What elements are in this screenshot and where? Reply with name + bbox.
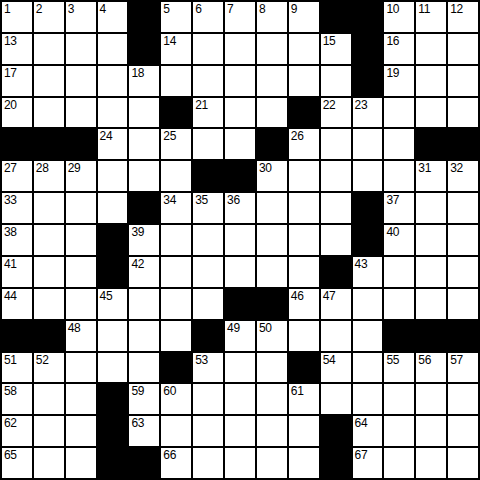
clue-number: 57 — [450, 353, 463, 367]
clue-number: 21 — [195, 98, 208, 112]
cell-r14c14[interactable] — [448, 448, 478, 478]
black-cell-r4c13 — [416, 129, 446, 159]
cell-r4c4[interactable] — [129, 129, 159, 159]
clue-number: 30 — [259, 161, 272, 175]
cell-r7c7[interactable] — [225, 225, 255, 255]
clue-number: 32 — [450, 161, 463, 175]
cell-r6c3[interactable] — [98, 193, 128, 223]
cell-r13c6[interactable] — [193, 416, 223, 446]
clue-number: 61 — [291, 384, 304, 398]
clue-number: 34 — [163, 193, 176, 207]
black-cell-r5c7 — [225, 161, 255, 191]
cell-r3c8[interactable] — [257, 98, 287, 128]
clue-number: 11 — [418, 2, 430, 16]
black-cell-r13c3 — [98, 416, 128, 446]
cell-r7c5[interactable] — [161, 225, 191, 255]
cell-r1c14[interactable] — [448, 34, 478, 64]
cell-r0c1[interactable]: 2 — [34, 2, 64, 32]
clue-number: 62 — [4, 416, 17, 430]
cell-r4c10[interactable] — [321, 129, 351, 159]
black-cell-r0c10 — [321, 2, 351, 32]
cell-r11c14[interactable]: 57 — [448, 353, 478, 383]
black-cell-r3c5 — [161, 98, 191, 128]
cell-r12c10[interactable] — [321, 384, 351, 414]
cell-r4c3[interactable]: 24 — [98, 129, 128, 159]
cell-r7c2[interactable] — [66, 225, 96, 255]
cell-r3c13[interactable] — [416, 98, 446, 128]
black-cell-r13c10 — [321, 416, 351, 446]
clue-number: 20 — [4, 98, 17, 112]
cell-r14c13[interactable] — [416, 448, 446, 478]
cell-r8c9[interactable] — [289, 257, 319, 287]
cell-r11c0[interactable]: 51 — [2, 353, 32, 383]
cell-r12c9[interactable]: 61 — [289, 384, 319, 414]
cell-r8c13[interactable] — [416, 257, 446, 287]
cell-r14c12[interactable] — [384, 448, 414, 478]
cell-r0c5[interactable]: 5 — [161, 2, 191, 32]
cell-r5c9[interactable] — [289, 161, 319, 191]
crossword-page: 1234567891011121314151617181920212223242… — [0, 0, 480, 480]
cell-r9c10[interactable]: 47 — [321, 289, 351, 319]
cell-r1c3[interactable] — [98, 34, 128, 64]
cell-r13c2[interactable] — [66, 416, 96, 446]
black-cell-r10c14 — [448, 321, 478, 351]
cell-r3c1[interactable] — [34, 98, 64, 128]
cell-r9c14[interactable] — [448, 289, 478, 319]
clue-number: 5 — [163, 2, 169, 16]
cell-r10c7[interactable]: 49 — [225, 321, 255, 351]
clue-number: 48 — [68, 321, 81, 335]
clue-number: 25 — [163, 129, 176, 143]
cell-r11c4[interactable] — [129, 353, 159, 383]
cell-r2c1[interactable] — [34, 66, 64, 96]
black-cell-r7c11 — [353, 225, 383, 255]
clue-number: 54 — [323, 353, 336, 367]
black-cell-r4c1 — [34, 129, 64, 159]
clue-number: 9 — [291, 2, 297, 16]
clue-number: 50 — [259, 321, 272, 335]
cell-r11c2[interactable] — [66, 353, 96, 383]
cell-r2c0[interactable]: 17 — [2, 66, 32, 96]
cell-r10c8[interactable]: 50 — [257, 321, 287, 351]
cell-r4c6[interactable] — [193, 129, 223, 159]
cell-r10c3[interactable] — [98, 321, 128, 351]
cell-r3c14[interactable] — [448, 98, 478, 128]
clue-number: 1 — [4, 2, 10, 16]
cell-r6c10[interactable] — [321, 193, 351, 223]
clue-number: 22 — [323, 98, 336, 112]
cell-r0c6[interactable]: 6 — [193, 2, 223, 32]
cell-r1c1[interactable] — [34, 34, 64, 64]
cell-r8c4[interactable]: 42 — [129, 257, 159, 287]
cell-r13c12[interactable] — [384, 416, 414, 446]
cell-r2c3[interactable] — [98, 66, 128, 96]
cell-r6c1[interactable] — [34, 193, 64, 223]
cell-r6c7[interactable]: 36 — [225, 193, 255, 223]
cell-r10c9[interactable] — [289, 321, 319, 351]
cell-r10c11[interactable] — [353, 321, 383, 351]
cell-r9c0[interactable]: 44 — [2, 289, 32, 319]
cell-r6c9[interactable] — [289, 193, 319, 223]
black-cell-r2c11 — [353, 66, 383, 96]
clue-number: 2 — [36, 2, 42, 16]
cell-r10c10[interactable] — [321, 321, 351, 351]
clue-number: 27 — [4, 161, 17, 175]
cell-r8c5[interactable] — [161, 257, 191, 287]
clue-number: 55 — [386, 353, 399, 367]
cell-r8c1[interactable] — [34, 257, 64, 287]
cell-r3c3[interactable] — [98, 98, 128, 128]
cell-r3c6[interactable]: 21 — [193, 98, 223, 128]
black-cell-r11c9 — [289, 353, 319, 383]
cell-r7c10[interactable] — [321, 225, 351, 255]
cell-r1c12[interactable]: 16 — [384, 34, 414, 64]
cell-r5c5[interactable] — [161, 161, 191, 191]
cell-r1c6[interactable] — [193, 34, 223, 64]
cell-r7c8[interactable] — [257, 225, 287, 255]
clue-number: 26 — [291, 129, 304, 143]
clue-number: 66 — [163, 448, 176, 462]
cell-r12c7[interactable] — [225, 384, 255, 414]
clue-number: 31 — [418, 161, 431, 175]
black-cell-r4c14 — [448, 129, 478, 159]
black-cell-r8c10 — [321, 257, 351, 287]
black-cell-r14c10 — [321, 448, 351, 478]
cell-r5c3[interactable] — [98, 161, 128, 191]
black-cell-r8c3 — [98, 257, 128, 287]
cell-r13c13[interactable] — [416, 416, 446, 446]
black-cell-r5c6 — [193, 161, 223, 191]
black-cell-r10c6 — [193, 321, 223, 351]
cell-r1c10[interactable]: 15 — [321, 34, 351, 64]
cell-r9c4[interactable] — [129, 289, 159, 319]
cell-r0c9[interactable]: 9 — [289, 2, 319, 32]
cell-r2c8[interactable] — [257, 66, 287, 96]
black-cell-r10c1 — [34, 321, 64, 351]
cell-r12c5[interactable]: 60 — [161, 384, 191, 414]
cell-r11c12[interactable]: 55 — [384, 353, 414, 383]
cell-r5c8[interactable]: 30 — [257, 161, 287, 191]
clue-number: 52 — [36, 353, 49, 367]
cell-r5c10[interactable] — [321, 161, 351, 191]
black-cell-r3c9 — [289, 98, 319, 128]
cell-r8c2[interactable] — [66, 257, 96, 287]
cell-r0c0[interactable]: 1 — [2, 2, 32, 32]
clue-number: 3 — [68, 2, 74, 16]
cell-r6c13[interactable] — [416, 193, 446, 223]
cell-r14c6[interactable] — [193, 448, 223, 478]
cell-r14c5[interactable]: 66 — [161, 448, 191, 478]
cell-r9c13[interactable] — [416, 289, 446, 319]
cell-r6c2[interactable] — [66, 193, 96, 223]
cell-r9c5[interactable] — [161, 289, 191, 319]
black-cell-r10c0 — [2, 321, 32, 351]
cell-r4c9[interactable]: 26 — [289, 129, 319, 159]
cell-r0c2[interactable]: 3 — [66, 2, 96, 32]
black-cell-r1c11 — [353, 34, 383, 64]
cell-r4c5[interactable]: 25 — [161, 129, 191, 159]
clue-number: 14 — [163, 34, 176, 48]
cell-r3c10[interactable]: 22 — [321, 98, 351, 128]
clue-number: 24 — [100, 129, 113, 143]
cell-r14c2[interactable] — [66, 448, 96, 478]
cell-r7c0[interactable]: 38 — [2, 225, 32, 255]
cell-r7c13[interactable] — [416, 225, 446, 255]
cell-r4c7[interactable] — [225, 129, 255, 159]
cell-r6c6[interactable]: 35 — [193, 193, 223, 223]
cell-r9c12[interactable] — [384, 289, 414, 319]
cell-r1c9[interactable] — [289, 34, 319, 64]
cell-r8c6[interactable] — [193, 257, 223, 287]
clue-number: 15 — [323, 34, 336, 48]
black-cell-r4c2 — [66, 129, 96, 159]
cell-r11c1[interactable]: 52 — [34, 353, 64, 383]
cell-r8c14[interactable] — [448, 257, 478, 287]
black-cell-r9c8 — [257, 289, 287, 319]
cell-r0c14[interactable]: 12 — [448, 2, 478, 32]
cell-r9c3[interactable]: 45 — [98, 289, 128, 319]
clue-number: 28 — [36, 161, 49, 175]
cell-r1c5[interactable]: 14 — [161, 34, 191, 64]
clue-number: 42 — [131, 257, 144, 271]
cell-r5c4[interactable] — [129, 161, 159, 191]
cell-r13c5[interactable] — [161, 416, 191, 446]
clue-number: 37 — [386, 193, 399, 207]
black-cell-r9c7 — [225, 289, 255, 319]
clue-number: 43 — [355, 257, 368, 271]
clue-number: 65 — [4, 448, 17, 462]
cell-r1c2[interactable] — [66, 34, 96, 64]
cell-r8c7[interactable] — [225, 257, 255, 287]
clue-number: 59 — [131, 384, 144, 398]
cell-r13c0[interactable]: 62 — [2, 416, 32, 446]
clue-number: 51 — [4, 353, 17, 367]
cell-r9c2[interactable] — [66, 289, 96, 319]
cell-r13c8[interactable] — [257, 416, 287, 446]
cell-r9c6[interactable] — [193, 289, 223, 319]
cell-r13c7[interactable] — [225, 416, 255, 446]
clue-number: 33 — [4, 193, 17, 207]
cell-r7c14[interactable] — [448, 225, 478, 255]
cell-r1c13[interactable] — [416, 34, 446, 64]
cell-r12c6[interactable] — [193, 384, 223, 414]
cell-r3c7[interactable] — [225, 98, 255, 128]
clue-number: 63 — [131, 416, 144, 430]
cell-r6c5[interactable]: 34 — [161, 193, 191, 223]
black-cell-r14c3 — [98, 448, 128, 478]
cell-r2c4[interactable]: 18 — [129, 66, 159, 96]
cell-r7c1[interactable] — [34, 225, 64, 255]
cell-r11c3[interactable] — [98, 353, 128, 383]
cell-r6c8[interactable] — [257, 193, 287, 223]
cell-r11c10[interactable]: 54 — [321, 353, 351, 383]
cell-r2c2[interactable] — [66, 66, 96, 96]
cell-r9c9[interactable]: 46 — [289, 289, 319, 319]
clue-number: 49 — [227, 321, 240, 335]
cell-r5c1[interactable]: 28 — [34, 161, 64, 191]
cell-r2c14[interactable] — [448, 66, 478, 96]
cell-r5c0[interactable]: 27 — [2, 161, 32, 191]
cell-r8c0[interactable]: 41 — [2, 257, 32, 287]
clue-number: 7 — [227, 2, 233, 16]
cell-r0c3[interactable]: 4 — [98, 2, 128, 32]
cell-r14c11[interactable]: 67 — [353, 448, 383, 478]
black-cell-r0c4 — [129, 2, 159, 32]
cell-r5c12[interactable] — [384, 161, 414, 191]
cell-r6c14[interactable] — [448, 193, 478, 223]
clue-number: 53 — [195, 353, 208, 367]
cell-r12c14[interactable] — [448, 384, 478, 414]
cell-r9c11[interactable] — [353, 289, 383, 319]
clue-number: 13 — [4, 34, 17, 48]
cell-r1c8[interactable] — [257, 34, 287, 64]
clue-number: 38 — [4, 225, 17, 239]
cell-r14c9[interactable] — [289, 448, 319, 478]
black-cell-r6c11 — [353, 193, 383, 223]
cell-r11c13[interactable]: 56 — [416, 353, 446, 383]
cell-r2c7[interactable] — [225, 66, 255, 96]
cell-r14c0[interactable]: 65 — [2, 448, 32, 478]
clue-number: 4 — [100, 2, 106, 16]
cell-r10c2[interactable]: 48 — [66, 321, 96, 351]
black-cell-r10c13 — [416, 321, 446, 351]
clue-number: 39 — [131, 225, 144, 239]
cell-r7c4[interactable]: 39 — [129, 225, 159, 255]
cell-r14c8[interactable] — [257, 448, 287, 478]
clue-number: 47 — [323, 289, 336, 303]
cell-r1c0[interactable]: 13 — [2, 34, 32, 64]
black-cell-r14c4 — [129, 448, 159, 478]
cell-r1c7[interactable] — [225, 34, 255, 64]
cell-r12c11[interactable] — [353, 384, 383, 414]
clue-number: 6 — [195, 2, 201, 16]
cell-r0c7[interactable]: 7 — [225, 2, 255, 32]
clue-number: 10 — [386, 2, 399, 16]
clue-number: 40 — [386, 225, 399, 239]
cell-r12c2[interactable] — [66, 384, 96, 414]
cell-r12c4[interactable]: 59 — [129, 384, 159, 414]
cell-r11c8[interactable] — [257, 353, 287, 383]
cell-r3c12[interactable] — [384, 98, 414, 128]
cell-r4c12[interactable] — [384, 129, 414, 159]
cell-r8c12[interactable] — [384, 257, 414, 287]
clue-number: 12 — [450, 2, 463, 16]
cell-r13c9[interactable] — [289, 416, 319, 446]
cell-r13c14[interactable] — [448, 416, 478, 446]
cell-r12c0[interactable]: 58 — [2, 384, 32, 414]
clue-number: 16 — [386, 34, 399, 48]
cell-r10c5[interactable] — [161, 321, 191, 351]
cell-r3c11[interactable]: 23 — [353, 98, 383, 128]
cell-r2c5[interactable] — [161, 66, 191, 96]
cell-r11c7[interactable] — [225, 353, 255, 383]
clue-number: 44 — [4, 289, 17, 303]
cell-r3c4[interactable] — [129, 98, 159, 128]
cell-r2c10[interactable] — [321, 66, 351, 96]
black-cell-r11c5 — [161, 353, 191, 383]
cell-r13c4[interactable]: 63 — [129, 416, 159, 446]
cell-r13c11[interactable]: 64 — [353, 416, 383, 446]
cell-r12c12[interactable] — [384, 384, 414, 414]
cell-r2c13[interactable] — [416, 66, 446, 96]
cell-r8c8[interactable] — [257, 257, 287, 287]
cell-r5c14[interactable]: 32 — [448, 161, 478, 191]
cell-r7c12[interactable]: 40 — [384, 225, 414, 255]
clue-number: 60 — [163, 384, 176, 398]
cell-r5c2[interactable]: 29 — [66, 161, 96, 191]
black-cell-r1c4 — [129, 34, 159, 64]
crossword-grid: 1234567891011121314151617181920212223242… — [0, 0, 480, 480]
cell-r12c13[interactable] — [416, 384, 446, 414]
black-cell-r4c8 — [257, 129, 287, 159]
clue-number: 35 — [195, 193, 208, 207]
cell-r6c0[interactable]: 33 — [2, 193, 32, 223]
black-cell-r4c0 — [2, 129, 32, 159]
cell-r4c11[interactable] — [353, 129, 383, 159]
cell-r0c8[interactable]: 8 — [257, 2, 287, 32]
clue-number: 45 — [100, 289, 113, 303]
cell-r3c0[interactable]: 20 — [2, 98, 32, 128]
black-cell-r12c3 — [98, 384, 128, 414]
cell-r9c1[interactable] — [34, 289, 64, 319]
clue-number: 56 — [418, 353, 431, 367]
cell-r3c2[interactable] — [66, 98, 96, 128]
cell-r2c9[interactable] — [289, 66, 319, 96]
clue-number: 19 — [386, 66, 399, 80]
cell-r5c13[interactable]: 31 — [416, 161, 446, 191]
clue-number: 64 — [355, 416, 368, 430]
cell-r5c11[interactable] — [353, 161, 383, 191]
clue-number: 18 — [131, 66, 144, 80]
clue-number: 58 — [4, 384, 17, 398]
clue-number: 8 — [259, 2, 265, 16]
cell-r12c8[interactable] — [257, 384, 287, 414]
cell-r0c12[interactable]: 10 — [384, 2, 414, 32]
black-cell-r0c11 — [353, 2, 383, 32]
cell-r0c13[interactable]: 11 — [416, 2, 446, 32]
clue-number: 46 — [291, 289, 304, 303]
cell-r2c12[interactable]: 19 — [384, 66, 414, 96]
cell-r11c11[interactable] — [353, 353, 383, 383]
cell-r14c7[interactable] — [225, 448, 255, 478]
clue-number: 23 — [355, 98, 368, 112]
cell-r6c12[interactable]: 37 — [384, 193, 414, 223]
clue-number: 29 — [68, 161, 81, 175]
clue-number: 17 — [4, 66, 17, 80]
cell-r7c9[interactable] — [289, 225, 319, 255]
cell-r14c1[interactable] — [34, 448, 64, 478]
clue-number: 36 — [227, 193, 240, 207]
cell-r2c6[interactable] — [193, 66, 223, 96]
cell-r10c4[interactable] — [129, 321, 159, 351]
clue-number: 67 — [355, 448, 368, 462]
cell-r8c11[interactable]: 43 — [353, 257, 383, 287]
cell-r7c6[interactable] — [193, 225, 223, 255]
black-cell-r6c4 — [129, 193, 159, 223]
black-cell-r7c3 — [98, 225, 128, 255]
black-cell-r10c12 — [384, 321, 414, 351]
clue-number: 41 — [4, 257, 17, 271]
cell-r13c1[interactable] — [34, 416, 64, 446]
cell-r12c1[interactable] — [34, 384, 64, 414]
cell-r11c6[interactable]: 53 — [193, 353, 223, 383]
